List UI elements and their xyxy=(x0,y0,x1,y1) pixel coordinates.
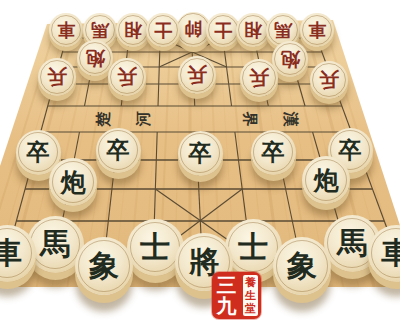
xiangqi-photo-scene: 楚河界漢 車馬相士帥士相馬車炮炮兵兵兵兵兵卒卒卒卒卒炮炮車馬象士將士象馬車 三九… xyxy=(0,0,400,327)
piece-character: 車 xyxy=(57,21,75,39)
piece-character: 兵 xyxy=(319,70,339,90)
seal-text: 三九 xyxy=(213,272,240,319)
piece-character: 馬 xyxy=(91,21,109,39)
piece-character: 兵 xyxy=(47,67,67,87)
piece-red-soldier[interactable]: 兵 xyxy=(310,61,348,99)
piece-character: 相 xyxy=(244,21,262,39)
piece-character: 相 xyxy=(124,21,142,39)
piece-red-soldier[interactable]: 兵 xyxy=(178,56,216,94)
piece-character: 士 xyxy=(214,21,232,39)
piece-character: 卒 xyxy=(27,141,50,164)
piece-character: 馬 xyxy=(274,21,292,39)
piece-character: 馬 xyxy=(40,229,70,259)
piece-character: 象 xyxy=(287,251,317,281)
piece-character: 卒 xyxy=(262,141,285,164)
piece-character: 炮 xyxy=(281,50,300,69)
piece-black-elephant[interactable]: 象 xyxy=(273,237,331,295)
piece-character: 車 xyxy=(0,238,22,268)
piece-black-soldier[interactable]: 卒 xyxy=(96,128,141,173)
piece-character: 士 xyxy=(154,21,172,39)
piece-red-chariot[interactable]: 車 xyxy=(300,13,334,47)
watermark-stamp: 三九 養生堂 xyxy=(212,272,261,319)
piece-character: 兵 xyxy=(249,68,269,88)
piece-red-chariot[interactable]: 車 xyxy=(49,13,83,47)
piece-character: 馬 xyxy=(337,228,367,258)
piece-character: 車 xyxy=(308,21,326,39)
piece-black-cannon[interactable]: 炮 xyxy=(302,156,350,204)
piece-character: 炮 xyxy=(86,49,105,68)
piece-character: 炮 xyxy=(61,170,86,195)
piece-black-soldier[interactable]: 卒 xyxy=(178,131,223,176)
piece-character: 炮 xyxy=(314,168,339,193)
piece-character: 士 xyxy=(140,232,170,262)
piece-red-cannon[interactable]: 炮 xyxy=(77,40,113,76)
piece-black-cannon[interactable]: 炮 xyxy=(49,158,97,206)
piece-character: 帥 xyxy=(184,20,202,38)
seal-column-text: 養生堂 xyxy=(243,275,258,316)
piece-red-advisor[interactable]: 士 xyxy=(146,13,180,47)
piece-character: 象 xyxy=(89,251,119,281)
piece-red-advisor[interactable]: 士 xyxy=(206,13,240,47)
piece-red-elephant[interactable]: 相 xyxy=(236,13,270,47)
piece-red-soldier[interactable]: 兵 xyxy=(240,59,278,97)
piece-black-elephant[interactable]: 象 xyxy=(75,237,133,295)
piece-red-elephant[interactable]: 相 xyxy=(116,13,150,47)
piece-character: 卒 xyxy=(107,139,130,162)
piece-black-soldier[interactable]: 卒 xyxy=(251,130,296,175)
red-seal: 三九 養生堂 xyxy=(212,272,261,319)
piece-character: 卒 xyxy=(189,142,212,165)
piece-red-cannon[interactable]: 炮 xyxy=(272,41,308,77)
piece-character: 兵 xyxy=(117,67,137,87)
piece-character: 士 xyxy=(238,232,268,262)
piece-red-soldier[interactable]: 兵 xyxy=(38,58,76,96)
piece-character: 卒 xyxy=(339,139,362,162)
pieces-layer: 車馬相士帥士相馬車炮炮兵兵兵兵兵卒卒卒卒卒炮炮車馬象士將士象馬車 xyxy=(0,0,400,327)
piece-character: 車 xyxy=(381,238,400,268)
piece-red-soldier[interactable]: 兵 xyxy=(108,58,146,96)
piece-character: 兵 xyxy=(187,65,207,85)
